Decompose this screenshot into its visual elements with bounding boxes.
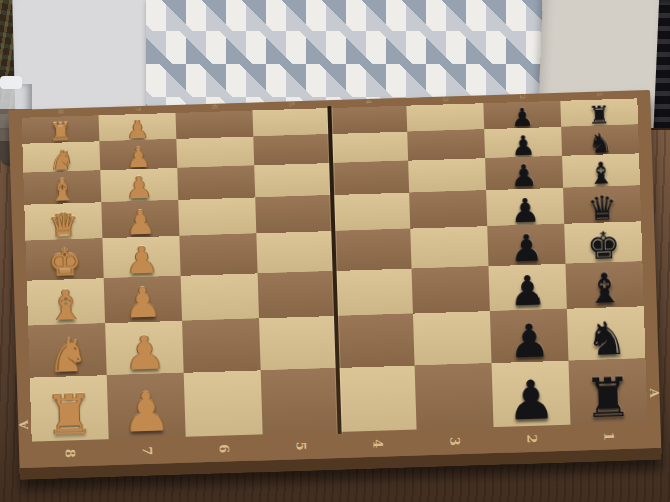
square-c8[interactable]: ♝	[27, 278, 105, 325]
square-b1[interactable]: ♞	[567, 306, 646, 360]
square-a8[interactable]: ♜	[30, 375, 109, 441]
square-g7[interactable]: ♟	[99, 139, 177, 170]
piece-white-pawn[interactable]: ♟	[125, 173, 153, 204]
piece-black-bishop[interactable]: ♝	[586, 268, 624, 310]
piece-black-king[interactable]: ♚	[586, 227, 620, 265]
square-d2[interactable]: ♟	[487, 224, 565, 266]
piece-white-pawn[interactable]: ♟	[123, 329, 166, 376]
square-b4[interactable]	[336, 314, 415, 368]
file-label-right: A	[647, 388, 661, 398]
square-h4[interactable]	[329, 106, 407, 134]
square-c1[interactable]: ♝	[565, 261, 643, 308]
square-d1[interactable]: ♚	[564, 221, 642, 263]
square-h6[interactable]	[176, 111, 254, 139]
square-e2[interactable]: ♟	[486, 188, 564, 226]
piece-white-queen[interactable]: ♛	[48, 208, 79, 242]
piece-black-queen[interactable]: ♛	[587, 191, 618, 225]
square-f2[interactable]: ♟	[485, 156, 563, 190]
square-g2[interactable]: ♟	[484, 127, 562, 158]
piece-white-rook[interactable]: ♜	[44, 388, 94, 443]
square-g8[interactable]: ♞	[22, 141, 100, 172]
square-h5[interactable]	[252, 108, 330, 136]
square-c5[interactable]	[258, 271, 336, 318]
piece-black-pawn[interactable]: ♟	[509, 270, 547, 312]
square-e4[interactable]	[332, 193, 410, 231]
square-d3[interactable]	[410, 226, 488, 268]
square-h8[interactable]: ♜	[22, 115, 100, 143]
square-d4[interactable]	[333, 229, 411, 271]
square-c4[interactable]	[335, 269, 413, 316]
square-e8[interactable]: ♛	[24, 202, 102, 240]
square-e1[interactable]: ♛	[563, 185, 641, 223]
jar-lid	[0, 76, 22, 89]
square-a6[interactable]	[184, 370, 263, 436]
piece-black-knight[interactable]: ♞	[585, 315, 628, 362]
piece-white-knight[interactable]: ♞	[49, 146, 74, 174]
square-d5[interactable]	[256, 231, 334, 273]
piece-black-pawn[interactable]: ♟	[506, 373, 556, 428]
square-b7[interactable]: ♟	[105, 321, 184, 375]
piece-black-knight[interactable]: ♞	[588, 129, 613, 157]
square-d8[interactable]: ♚	[25, 238, 103, 280]
square-f3[interactable]	[408, 158, 486, 192]
square-g1[interactable]: ♞	[561, 124, 639, 155]
piece-black-bishop[interactable]: ♝	[587, 158, 615, 189]
piece-black-pawn[interactable]: ♟	[510, 194, 541, 228]
square-h1[interactable]: ♜	[560, 98, 638, 126]
square-f1[interactable]: ♝	[562, 153, 640, 187]
square-b8[interactable]: ♞	[28, 323, 107, 377]
piece-white-knight[interactable]: ♞	[46, 332, 89, 379]
piece-black-pawn[interactable]: ♟	[510, 161, 538, 192]
piece-black-pawn[interactable]: ♟	[509, 229, 543, 267]
square-a3[interactable]	[415, 363, 494, 429]
piece-white-rook[interactable]: ♜	[49, 119, 72, 145]
square-d7[interactable]: ♟	[102, 236, 180, 278]
piece-black-pawn[interactable]: ♟	[511, 132, 536, 160]
piece-black-rook[interactable]: ♜	[588, 102, 611, 128]
square-f6[interactable]	[177, 165, 255, 199]
square-b2[interactable]: ♟	[490, 309, 569, 363]
square-g5[interactable]	[253, 134, 331, 165]
chessboard[interactable]: ♜♟♟♜♞♟♟♞♝♟♟♝♛♟♟♛♚♟♟♚♝♟♟♝♞♟♟♞♜♟♟♜ 8765432…	[8, 90, 661, 480]
piece-white-king[interactable]: ♚	[48, 244, 82, 282]
square-f4[interactable]	[331, 161, 409, 195]
square-a2[interactable]: ♟	[492, 361, 571, 427]
square-e5[interactable]	[255, 195, 333, 233]
square-c7[interactable]: ♟	[104, 276, 182, 323]
square-g6[interactable]	[176, 136, 254, 167]
square-a1[interactable]: ♜	[568, 358, 647, 424]
square-g3[interactable]	[407, 129, 485, 160]
piece-white-bishop[interactable]: ♝	[48, 175, 76, 206]
piece-white-pawn[interactable]: ♟	[121, 385, 171, 440]
square-c6[interactable]	[181, 273, 259, 320]
file-label-left: A	[17, 420, 31, 430]
square-a4[interactable]	[338, 366, 417, 432]
square-f8[interactable]: ♝	[23, 170, 101, 204]
square-h7[interactable]: ♟	[99, 113, 177, 141]
square-e3[interactable]	[409, 190, 487, 228]
square-c2[interactable]: ♟	[488, 264, 566, 311]
chess-set-photo: ♜♟♟♜♞♟♟♞♝♟♟♝♛♟♟♛♚♟♟♚♝♟♟♝♞♟♟♞♜♟♟♜ 8765432…	[0, 0, 670, 502]
square-a7[interactable]: ♟	[107, 373, 186, 439]
piece-white-bishop[interactable]: ♝	[47, 285, 85, 327]
square-b5[interactable]	[259, 316, 338, 370]
piece-white-pawn[interactable]: ♟	[124, 282, 162, 324]
square-b3[interactable]	[413, 311, 492, 365]
square-d6[interactable]	[179, 233, 257, 275]
square-f7[interactable]: ♟	[100, 168, 178, 202]
square-g4[interactable]	[330, 132, 408, 163]
piece-white-pawn[interactable]: ♟	[125, 206, 156, 240]
square-h3[interactable]	[406, 103, 484, 131]
square-a5[interactable]	[261, 368, 340, 434]
square-h2[interactable]: ♟	[483, 101, 561, 129]
square-b6[interactable]	[182, 318, 261, 372]
square-e6[interactable]	[178, 197, 256, 235]
piece-black-rook[interactable]: ♜	[583, 371, 633, 426]
square-c3[interactable]	[412, 266, 490, 313]
piece-black-pawn[interactable]: ♟	[508, 317, 551, 364]
square-f5[interactable]	[254, 163, 332, 197]
piece-black-pawn[interactable]: ♟	[511, 105, 534, 131]
piece-white-pawn[interactable]: ♟	[124, 242, 158, 280]
square-e7[interactable]: ♟	[101, 200, 179, 238]
piece-white-pawn[interactable]: ♟	[126, 144, 151, 172]
piece-white-pawn[interactable]: ♟	[126, 117, 149, 143]
